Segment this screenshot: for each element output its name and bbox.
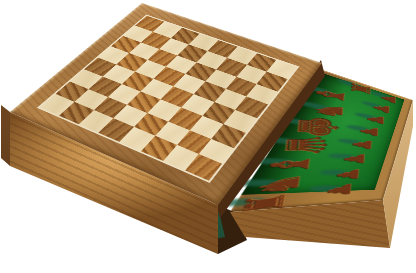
piece-pawn: ♟: [341, 152, 369, 166]
piece-pawn: ♟: [365, 113, 387, 126]
piece-pawn: ♟: [358, 125, 382, 138]
piece-pawn: ♟: [349, 138, 376, 151]
chess-box-product-photo: ♜♝♞♚♛♝♞♜♟♟♟♟♟♟♟♟: [0, 0, 416, 273]
piece-pawn: ♟: [324, 181, 356, 200]
piece-rook: ♜: [348, 80, 374, 97]
